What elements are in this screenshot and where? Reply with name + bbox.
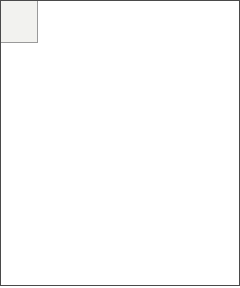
nonogram-page (0, 0, 240, 288)
nonogram-board (0, 0, 240, 286)
corner-blank (1, 1, 38, 43)
left-clues (1, 42, 36, 282)
puzzle-grid (37, 42, 237, 282)
top-clues (37, 1, 237, 41)
